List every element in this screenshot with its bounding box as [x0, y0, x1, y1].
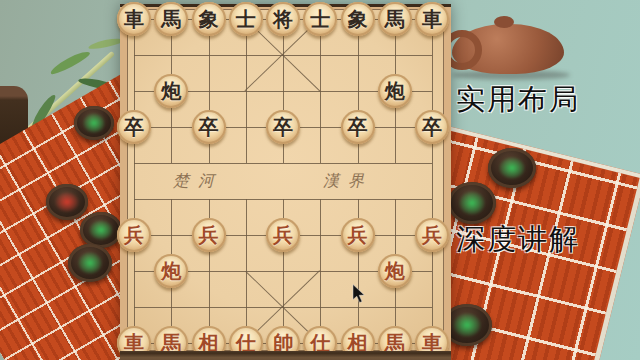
board-field: 楚河 漢界 車馬象士将士象馬車炮炮卒卒卒卒卒兵兵兵兵兵炮炮車馬相仕帥仕相馬車: [127, 9, 444, 351]
piece-black-c-r2c7[interactable]: 炮: [378, 74, 412, 108]
piece-black-c-r2c1[interactable]: 炮: [154, 74, 188, 108]
piece-red-a-r9c3[interactable]: 仕: [229, 326, 263, 360]
grid-line: [246, 19, 247, 163]
piece-black-b-r0c2[interactable]: 象: [192, 2, 226, 36]
piece-black-k-r0c4[interactable]: 将: [266, 2, 300, 36]
piece-red-c-r7c1[interactable]: 炮: [154, 254, 188, 288]
piece-red-a-r9c5[interactable]: 仕: [303, 326, 337, 360]
background-piece: [448, 182, 496, 224]
piece-black-p-r3c8[interactable]: 卒: [415, 110, 449, 144]
piece-black-p-r3c4[interactable]: 卒: [266, 110, 300, 144]
piece-black-p-r3c2[interactable]: 卒: [192, 110, 226, 144]
piece-black-r-r0c0[interactable]: 車: [117, 2, 151, 36]
piece-red-n-r9c7[interactable]: 馬: [378, 326, 412, 360]
grid-line: [134, 163, 432, 164]
piece-red-p-r6c0[interactable]: 兵: [117, 218, 151, 252]
piece-red-p-r6c2[interactable]: 兵: [192, 218, 226, 252]
background-piece: [68, 244, 112, 282]
piece-red-p-r6c8[interactable]: 兵: [415, 218, 449, 252]
piece-black-a-r0c5[interactable]: 士: [303, 2, 337, 36]
grid-line: [432, 19, 433, 343]
mouse-cursor-icon: [352, 284, 367, 309]
background-piece: [80, 212, 122, 248]
background-piece: [488, 148, 536, 188]
piece-red-k-r9c4[interactable]: 帥: [266, 326, 300, 360]
piece-black-r-r0c8[interactable]: 車: [415, 2, 449, 36]
piece-red-b-r9c2[interactable]: 相: [192, 326, 226, 360]
piece-black-p-r3c6[interactable]: 卒: [341, 110, 375, 144]
piece-red-p-r6c6[interactable]: 兵: [341, 218, 375, 252]
caption-bottom: 深度讲解: [456, 224, 638, 255]
background-piece: [46, 184, 88, 220]
piece-red-r-r9c0[interactable]: 車: [117, 326, 151, 360]
xiangqi-board[interactable]: 楚河 漢界 車馬象士将士象馬車炮炮卒卒卒卒卒兵兵兵兵兵炮炮車馬相仕帥仕相馬車: [120, 4, 451, 360]
background-piece: [74, 106, 114, 140]
piece-red-c-r7c7[interactable]: 炮: [378, 254, 412, 288]
piece-red-r-r9c8[interactable]: 車: [415, 326, 449, 360]
river-label-left: 楚河: [173, 171, 223, 192]
piece-red-n-r9c1[interactable]: 馬: [154, 326, 188, 360]
piece-black-n-r0c1[interactable]: 馬: [154, 2, 188, 36]
bamboo-leaf: [88, 36, 125, 50]
grid-line: [134, 19, 135, 343]
teapot-lid-knob: [494, 16, 514, 28]
piece-black-p-r3c0[interactable]: 卒: [117, 110, 151, 144]
piece-red-p-r6c4[interactable]: 兵: [266, 218, 300, 252]
piece-red-b-r9c6[interactable]: 相: [341, 326, 375, 360]
piece-black-n-r0c7[interactable]: 馬: [378, 2, 412, 36]
grid-line: [320, 199, 321, 343]
piece-black-a-r0c3[interactable]: 士: [229, 2, 263, 36]
caption-top: 实用布局: [456, 84, 638, 115]
piece-black-b-r0c6[interactable]: 象: [341, 2, 375, 36]
bamboo-leaf: [48, 48, 91, 77]
river-label-right: 漢界: [323, 171, 373, 192]
